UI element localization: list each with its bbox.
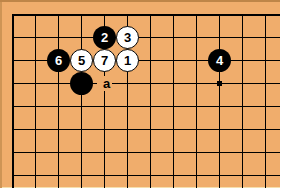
grid-line-horizontal	[12, 83, 281, 84]
go-board: a1234567	[0, 0, 280, 188]
grid-line-vertical	[81, 14, 82, 189]
grid-line-vertical	[150, 14, 151, 189]
stone-black-6: 6	[47, 49, 70, 72]
grid-line-horizontal	[12, 175, 281, 176]
grid-line-horizontal	[12, 152, 281, 153]
star-point	[217, 81, 222, 86]
grid-line-vertical	[35, 14, 36, 189]
label-a: a	[97, 76, 112, 91]
grid-line-horizontal	[12, 14, 281, 16]
grid-line-horizontal	[12, 106, 281, 107]
stone-black-4: 4	[208, 49, 231, 72]
grid-line-vertical	[12, 14, 14, 189]
stone-black-2: 2	[93, 26, 116, 49]
grid-line-vertical	[196, 14, 197, 189]
grid-line-horizontal	[12, 129, 281, 130]
stone-white-3: 3	[116, 26, 139, 49]
stone-white-5: 5	[70, 49, 93, 72]
grid-line-vertical	[242, 14, 243, 189]
grid-line-vertical	[265, 14, 266, 189]
grid-line-horizontal	[12, 37, 281, 38]
grid-line-vertical	[219, 14, 220, 189]
grid-line-vertical	[58, 14, 59, 189]
grid-line-vertical	[173, 14, 174, 189]
stone-white-7: 7	[93, 49, 116, 72]
stone-black-d16	[70, 72, 93, 95]
stone-white-1: 1	[116, 49, 139, 72]
